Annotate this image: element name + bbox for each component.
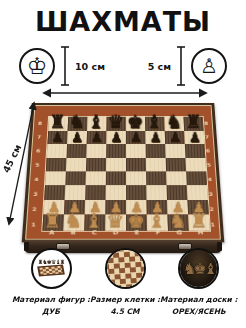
chess-board-grid: ♜♞♝♛♚♝♞♜♟♟♟♟♟♟♟♟♟♟♟♟♟♟♟♟♜♞♝♛♚♝♞♜ <box>41 116 211 232</box>
board-square[interactable]: ♚ <box>126 214 147 230</box>
chess-piece: ♟ <box>110 130 122 144</box>
chess-piece: ♝ <box>149 211 167 231</box>
mini-pieces-icon: ♜♞♚♛♝♜ <box>36 258 66 265</box>
board-square[interactable] <box>45 171 66 185</box>
board-square[interactable] <box>126 158 146 172</box>
feature-label-line1: Размер клетки : <box>90 294 160 306</box>
board-square[interactable] <box>146 185 167 199</box>
chess-piece: ♟ <box>188 130 200 144</box>
board-square[interactable] <box>106 158 126 172</box>
feature-label-line2: ОРЕХ/ЯСЕНЬ <box>160 306 237 318</box>
board-square[interactable]: ♝ <box>84 214 105 230</box>
board-square[interactable]: ♟ <box>106 131 126 144</box>
chess-piece: ♜ <box>44 211 62 231</box>
board-square[interactable]: ♟ <box>126 131 146 144</box>
board-square[interactable] <box>126 185 146 199</box>
chess-piece: ♞ <box>65 211 83 231</box>
feature-label-line2: 4.5 СМ <box>90 306 160 318</box>
chess-piece: ♜ <box>190 211 208 231</box>
feature-label-line2: ДУБ <box>12 306 90 318</box>
board-square[interactable] <box>44 185 65 199</box>
chess-piece: ♟ <box>71 130 83 144</box>
board-square[interactable] <box>146 171 166 185</box>
features-row: ♜♞♚♛♝♜ Материал фигур : ДУБ Размер клетк… <box>0 248 246 317</box>
board-square[interactable] <box>106 171 126 185</box>
board-square[interactable] <box>126 171 146 185</box>
board-square[interactable] <box>167 185 188 199</box>
board-square[interactable]: ♟ <box>47 131 67 144</box>
board-square[interactable]: ♟ <box>184 131 204 144</box>
board-square[interactable]: ♜ <box>188 214 210 230</box>
chess-board-frame: 87654321 87654321 ♜♞♝♛♚♝♞♜♟♟♟♟♟♟♟♟♟♟♟♟♟♟… <box>22 103 225 242</box>
board-square[interactable] <box>85 185 106 199</box>
feature-label: Материал доски : ОРЕХ/ЯСЕНЬ <box>160 294 237 317</box>
page-title: ШАХМАТЫ <box>0 6 246 37</box>
board-square[interactable] <box>165 144 185 157</box>
board-square[interactable]: ♟ <box>145 131 165 144</box>
board-square[interactable] <box>86 144 106 157</box>
board-square[interactable]: ♛ <box>105 214 126 230</box>
chess-piece: ♟ <box>90 130 102 144</box>
chess-piece: ♟ <box>169 130 181 144</box>
pawn-circle-badge: ♙ <box>191 48 227 84</box>
board-square[interactable] <box>47 144 67 157</box>
board-square[interactable] <box>166 171 187 185</box>
board-square[interactable]: ♞ <box>63 214 84 230</box>
chess-piece: ♟ <box>51 130 63 144</box>
board-square[interactable] <box>126 144 146 157</box>
mini-board-icon <box>37 264 65 276</box>
board-square[interactable] <box>166 158 186 172</box>
board-square[interactable] <box>146 144 166 157</box>
board-square[interactable] <box>186 171 207 185</box>
board-square[interactable] <box>187 185 208 199</box>
chess-piece: ♟ <box>149 130 161 144</box>
chess-board-photo: 87654321 87654321 ♜♞♝♛♚♝♞♜♟♟♟♟♟♟♟♟♟♟♟♟♟♟… <box>0 88 246 256</box>
board-square[interactable] <box>106 185 126 199</box>
board-square[interactable] <box>66 158 86 172</box>
chess-piece: ♟ <box>130 130 142 144</box>
chess-piece: ♝ <box>86 211 104 231</box>
board-depth-arrow-icon: 45 см <box>0 96 46 238</box>
king-circle-badge: ♔ <box>19 48 55 84</box>
king-outline-icon: ♔ <box>27 55 48 78</box>
chess-set-photo: ♜♞♚♛♝♜ <box>31 248 72 289</box>
board-cells-photo <box>105 248 146 289</box>
dark-pieces-photo: ♞♚♝ <box>178 248 219 289</box>
feature-cell-size: Размер клетки : 4.5 СМ <box>90 248 160 317</box>
king-height-label: 10 см <box>75 61 105 72</box>
feature-label: Размер клетки : 4.5 СМ <box>90 294 160 317</box>
board-square[interactable] <box>65 171 86 185</box>
board-square[interactable]: ♟ <box>67 131 87 144</box>
board-perspective-wrapper: 87654321 87654321 ♜♞♝♛♚♝♞♜♟♟♟♟♟♟♟♟♟♟♟♟♟♟… <box>27 82 219 256</box>
pawn-height-label: 5 см <box>148 61 171 72</box>
chess-piece: ♚ <box>128 211 146 231</box>
chess-piece: ♞ <box>170 211 188 231</box>
feature-label-line1: Материал доски : <box>160 294 237 306</box>
board-square[interactable] <box>185 144 205 157</box>
dark-pieces-icon: ♞♚♝ <box>183 260 214 278</box>
board-square[interactable]: ♟ <box>165 131 185 144</box>
board-square[interactable] <box>146 158 166 172</box>
board-square[interactable] <box>106 144 126 157</box>
dimension-bar-icon <box>60 45 70 87</box>
product-card: ШАХМАТЫ ♔ 10 см 5 см ♙ <box>0 0 246 328</box>
board-square[interactable]: ♝ <box>147 214 168 230</box>
board-square[interactable] <box>66 144 86 157</box>
feature-label: Материал фигур : ДУБ <box>12 294 90 317</box>
feature-pieces-material: ♜♞♚♛♝♜ Материал фигур : ДУБ <box>12 248 90 317</box>
dimension-bar-icon <box>176 45 186 87</box>
board-square[interactable]: ♟ <box>87 131 107 144</box>
board-square[interactable] <box>86 158 106 172</box>
chess-piece: ♛ <box>107 211 125 231</box>
pawn-outline-icon: ♙ <box>200 56 218 76</box>
board-square[interactable] <box>86 171 106 185</box>
board-square[interactable] <box>46 158 67 172</box>
feature-board-material: ♞♚♝ Материал доски : ОРЕХ/ЯСЕНЬ <box>160 248 237 317</box>
board-square[interactable] <box>65 185 86 199</box>
board-square[interactable]: ♞ <box>167 214 188 230</box>
feature-label-line1: Материал фигур : <box>12 294 90 306</box>
checkerboard-icon <box>105 248 146 289</box>
board-square[interactable] <box>185 158 206 172</box>
